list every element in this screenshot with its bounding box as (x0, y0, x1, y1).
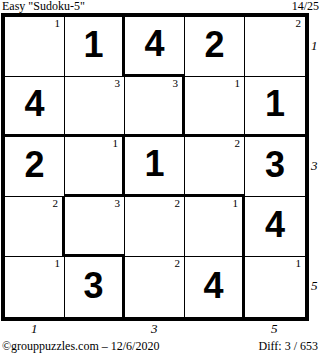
cell-r1c3[interactable]: 4 (125, 17, 185, 77)
given-digit: 3 (83, 268, 103, 307)
col-label-3: 3 (151, 322, 158, 336)
col-label-1: 1 (31, 322, 38, 336)
row-label-3: 3 (311, 159, 318, 173)
cell-r2c4[interactable]: 1 (185, 77, 245, 137)
given-digit: 4 (203, 268, 223, 307)
given-digit: 3 (265, 147, 285, 186)
cell-r1c1[interactable]: 1 (5, 17, 65, 77)
corner-mark: 1 (55, 257, 61, 270)
corner-mark: 3 (115, 197, 121, 210)
cell-r5c2[interactable]: 3 (65, 257, 125, 317)
corner-mark: 1 (235, 77, 241, 90)
cell-r3c3[interactable]: 1 (125, 137, 185, 197)
cell-r5c3[interactable]: 2 (125, 257, 185, 317)
given-digit: 1 (83, 27, 103, 66)
given-digit: 1 (144, 146, 164, 185)
cell-r3c5[interactable]: 3 (245, 137, 305, 197)
sudoku-board: 1142243311211232321413241 (1, 13, 309, 321)
progress-counter: 14/25 (292, 0, 319, 14)
cell-r1c2[interactable]: 1 (65, 17, 125, 77)
corner-mark: 1 (55, 17, 61, 30)
cell-r2c3[interactable]: 3 (125, 77, 185, 137)
cell-r4c5[interactable]: 4 (245, 197, 305, 257)
corner-mark: 3 (173, 77, 179, 90)
corner-mark: 1 (113, 137, 119, 150)
cell-r3c2[interactable]: 1 (65, 137, 125, 197)
cell-r4c4[interactable]: 1 (185, 197, 245, 257)
given-digit: 4 (24, 86, 44, 125)
cell-r1c5[interactable]: 2 (245, 17, 305, 77)
cell-r2c2[interactable]: 3 (65, 77, 125, 137)
puzzle-title: Easy "Sudoku-5" (2, 0, 85, 14)
cell-r5c5[interactable]: 1 (245, 257, 305, 317)
cell-r5c4[interactable]: 4 (185, 257, 245, 317)
cell-r4c3[interactable]: 2 (125, 197, 185, 257)
given-digit: 2 (24, 147, 44, 186)
copyright-text: ©grouppuzzles.com – 12/6/2020 (2, 339, 159, 354)
corner-mark: 2 (175, 257, 181, 270)
given-digit: 2 (204, 27, 224, 66)
corner-mark: 3 (115, 77, 121, 90)
corner-mark: 2 (235, 137, 241, 150)
row-label-1: 1 (311, 39, 318, 53)
cell-r1c4[interactable]: 2 (185, 17, 245, 77)
cell-r3c1[interactable]: 2 (5, 137, 65, 197)
given-digit: 1 (265, 86, 285, 125)
corner-mark: 2 (296, 17, 302, 30)
corner-mark: 1 (233, 197, 239, 210)
corner-mark: 2 (53, 197, 59, 210)
cell-r2c1[interactable]: 4 (5, 77, 65, 137)
cell-r4c1[interactable]: 2 (5, 197, 65, 257)
given-digit: 4 (144, 26, 164, 65)
col-label-5: 5 (271, 322, 278, 336)
given-digit: 4 (265, 207, 285, 246)
row-label-5: 5 (311, 279, 318, 293)
cell-r3c4[interactable]: 2 (185, 137, 245, 197)
cell-r4c2[interactable]: 3 (65, 197, 125, 257)
corner-mark: 1 (296, 257, 302, 270)
difficulty-text: Diff: 3 / 653 (259, 339, 318, 354)
cell-r2c5[interactable]: 1 (245, 77, 305, 137)
corner-mark: 2 (175, 197, 181, 210)
cell-r5c1[interactable]: 1 (5, 257, 65, 317)
